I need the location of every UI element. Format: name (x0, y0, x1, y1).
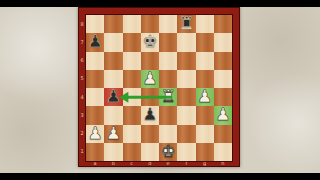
square-d1[interactable] (141, 143, 159, 161)
square-d6[interactable] (141, 52, 159, 70)
square-e7[interactable] (159, 33, 177, 51)
rank-label-2: 2 (78, 125, 86, 143)
piece-black-rook-f8[interactable]: ♜ (179, 15, 194, 32)
square-c7[interactable] (123, 33, 141, 51)
square-e3[interactable] (159, 106, 177, 124)
square-f8[interactable]: ♜ (177, 15, 195, 33)
square-g1[interactable] (196, 143, 214, 161)
square-h8[interactable] (214, 15, 232, 33)
square-b2[interactable]: ♟ (104, 125, 122, 143)
rank-label-8: 8 (78, 15, 86, 33)
square-f1[interactable] (177, 143, 195, 161)
file-label-g: g (196, 160, 214, 167)
square-c1[interactable] (123, 143, 141, 161)
rank-label-4: 4 (78, 88, 86, 106)
square-h5[interactable] (214, 70, 232, 88)
file-label-a: a (86, 160, 104, 167)
piece-black-pawn-d3[interactable]: ♟ (142, 106, 157, 123)
piece-white-pawn-h3[interactable]: ♟ (215, 106, 230, 123)
chess-board: ♜♟♚♟♟♜♟♟♟♟♟♚ (86, 15, 232, 161)
square-c8[interactable] (123, 15, 141, 33)
rank-label-6: 6 (78, 52, 86, 70)
square-h2[interactable] (214, 125, 232, 143)
piece-black-king-d7[interactable]: ♚ (142, 33, 157, 50)
rank-label-1: 1 (78, 143, 86, 161)
square-b1[interactable] (104, 143, 122, 161)
file-label-d: d (141, 160, 159, 167)
square-c3[interactable] (123, 106, 141, 124)
square-a4[interactable] (86, 88, 104, 106)
square-g3[interactable] (196, 106, 214, 124)
square-h7[interactable] (214, 33, 232, 51)
square-d2[interactable] (141, 125, 159, 143)
square-a3[interactable] (86, 106, 104, 124)
square-b6[interactable] (104, 52, 122, 70)
piece-black-pawn-b4[interactable]: ♟ (106, 88, 121, 105)
square-h6[interactable] (214, 52, 232, 70)
square-d3[interactable]: ♟ (141, 106, 159, 124)
file-label-b: b (104, 160, 122, 167)
square-e4[interactable]: ♜ (159, 88, 177, 106)
square-c5[interactable] (123, 70, 141, 88)
square-g2[interactable] (196, 125, 214, 143)
square-c2[interactable] (123, 125, 141, 143)
file-label-f: f (177, 160, 195, 167)
chess-board-frame: 87654321 abcdefgh ♜♟♚♟♟♜♟♟♟♟♟♚ (78, 7, 240, 167)
piece-white-king-e1[interactable]: ♚ (161, 143, 176, 160)
piece-white-pawn-g4[interactable]: ♟ (197, 88, 212, 105)
file-label-e: e (159, 160, 177, 167)
square-b8[interactable] (104, 15, 122, 33)
square-g4[interactable]: ♟ (196, 88, 214, 106)
square-a7[interactable]: ♟ (86, 33, 104, 51)
rank-label-3: 3 (78, 106, 86, 124)
square-b7[interactable] (104, 33, 122, 51)
square-f3[interactable] (177, 106, 195, 124)
square-f2[interactable] (177, 125, 195, 143)
square-g6[interactable] (196, 52, 214, 70)
rank-label-7: 7 (78, 33, 86, 51)
square-a6[interactable] (86, 52, 104, 70)
piece-white-pawn-d5[interactable]: ♟ (142, 70, 157, 87)
square-c4[interactable] (123, 88, 141, 106)
rank-label-5: 5 (78, 70, 86, 88)
square-a1[interactable] (86, 143, 104, 161)
square-d7[interactable]: ♚ (141, 33, 159, 51)
rank-labels: 87654321 (78, 15, 86, 161)
square-e2[interactable] (159, 125, 177, 143)
letterbox-bar-bottom (0, 173, 320, 180)
square-a5[interactable] (86, 70, 104, 88)
piece-black-pawn-a7[interactable]: ♟ (88, 33, 103, 50)
square-g8[interactable] (196, 15, 214, 33)
piece-white-rook-e4[interactable]: ♜ (161, 88, 176, 105)
square-f7[interactable] (177, 33, 195, 51)
square-c6[interactable] (123, 52, 141, 70)
square-b3[interactable] (104, 106, 122, 124)
file-label-h: h (214, 160, 232, 167)
square-e6[interactable] (159, 52, 177, 70)
square-g7[interactable] (196, 33, 214, 51)
square-d5[interactable]: ♟ (141, 70, 159, 88)
letterbox-bar-top (0, 0, 320, 7)
screenshot-stage: 87654321 abcdefgh ♜♟♚♟♟♜♟♟♟♟♟♚ (0, 0, 320, 180)
square-f6[interactable] (177, 52, 195, 70)
file-label-c: c (123, 160, 141, 167)
square-b4[interactable]: ♟ (104, 88, 122, 106)
file-labels: abcdefgh (86, 160, 232, 167)
square-h3[interactable]: ♟ (214, 106, 232, 124)
square-f4[interactable] (177, 88, 195, 106)
piece-white-pawn-a2[interactable]: ♟ (88, 125, 103, 142)
piece-white-pawn-b2[interactable]: ♟ (106, 125, 121, 142)
square-f5[interactable] (177, 70, 195, 88)
square-a2[interactable]: ♟ (86, 125, 104, 143)
square-e1[interactable]: ♚ (159, 143, 177, 161)
square-e8[interactable] (159, 15, 177, 33)
square-h1[interactable] (214, 143, 232, 161)
